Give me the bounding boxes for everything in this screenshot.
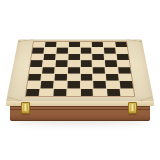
box-lid-top [6, 39, 154, 102]
square-g1 [107, 89, 120, 96]
square-d4 [68, 67, 80, 73]
square-e7 [80, 48, 91, 54]
square-b1 [40, 89, 53, 96]
square-d8 [69, 42, 80, 47]
square-b4 [42, 67, 54, 73]
square-a2 [27, 81, 40, 88]
square-f1 [94, 89, 107, 96]
chessboard [25, 41, 135, 96]
square-d2 [67, 81, 79, 88]
miter-seam-top-right [127, 39, 142, 41]
square-e5 [80, 60, 92, 66]
square-h5 [117, 60, 129, 66]
square-d5 [68, 60, 80, 66]
square-h4 [118, 67, 131, 73]
square-f4 [93, 67, 105, 73]
square-d7 [68, 48, 79, 54]
square-e3 [80, 74, 92, 81]
square-c2 [54, 81, 67, 88]
square-f2 [94, 81, 107, 88]
square-g2 [107, 81, 120, 88]
square-f3 [93, 74, 105, 81]
square-a5 [30, 60, 42, 66]
square-h7 [116, 48, 128, 54]
square-e6 [80, 54, 91, 60]
square-h6 [117, 54, 129, 60]
square-d3 [67, 74, 79, 81]
left-clasp-icon [21, 102, 30, 114]
square-g5 [105, 60, 117, 66]
square-g6 [105, 54, 117, 60]
square-a7 [32, 48, 44, 54]
square-h1 [121, 89, 134, 96]
square-a1 [26, 89, 39, 96]
square-e4 [80, 67, 92, 73]
square-c4 [55, 67, 67, 73]
square-b7 [44, 48, 56, 54]
square-d6 [68, 54, 79, 60]
square-b8 [45, 42, 56, 47]
square-g3 [106, 74, 119, 81]
square-f6 [93, 54, 105, 60]
square-c3 [54, 74, 66, 81]
square-c1 [53, 89, 66, 96]
square-c8 [57, 42, 68, 47]
square-c7 [56, 48, 67, 54]
square-d1 [67, 89, 80, 96]
square-b2 [40, 81, 53, 88]
square-c6 [56, 54, 68, 60]
square-h3 [119, 74, 132, 81]
square-g4 [106, 67, 118, 73]
square-a6 [31, 54, 43, 60]
right-clasp-icon [128, 102, 137, 114]
square-e1 [80, 89, 93, 96]
square-f5 [93, 60, 105, 66]
square-g8 [104, 42, 115, 47]
square-h8 [115, 42, 127, 47]
square-c5 [55, 60, 67, 66]
square-h2 [120, 81, 133, 88]
square-e8 [80, 42, 91, 47]
square-b5 [43, 60, 55, 66]
miter-seam-top-left [18, 39, 33, 41]
square-g7 [104, 48, 116, 54]
square-e2 [80, 81, 92, 88]
square-a3 [28, 74, 41, 81]
square-a4 [29, 67, 42, 73]
square-f7 [92, 48, 103, 54]
square-b6 [43, 54, 55, 60]
square-b3 [41, 74, 54, 81]
square-a8 [33, 42, 45, 47]
square-f8 [92, 42, 103, 47]
chess-box-product-photo [0, 0, 160, 160]
